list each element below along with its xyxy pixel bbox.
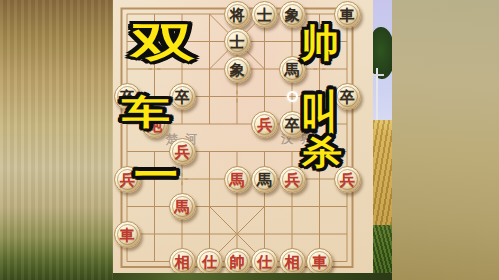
title-char-left-3: 一 (134, 153, 178, 197)
title-char-right-1: 帅 (301, 24, 339, 62)
title-char-right-2: 叫 (302, 89, 338, 135)
title-char-left-1: 双 (131, 22, 195, 63)
title-char-right-3: 杀 (302, 135, 342, 169)
title-char-left-2: 车 (122, 95, 170, 129)
title-overlay: 双车一帅叫杀 (0, 0, 499, 280)
screenshot-root: 楚河 汉界 将士象車士象馬卒卒卒炮兵卒兵兵馬馬兵兵馬車相仕帥仕相車 双车一帅叫杀 (0, 0, 499, 280)
